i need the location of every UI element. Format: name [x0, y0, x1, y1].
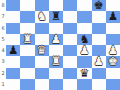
square-c6[interactable] — [35, 23, 49, 34]
square-f8[interactable] — [77, 0, 91, 11]
piece-black-rook[interactable]: ♜ — [51, 11, 61, 22]
piece-black-queen[interactable]: ♛ — [79, 68, 89, 79]
square-e3[interactable] — [63, 56, 77, 67]
square-b2[interactable] — [20, 68, 34, 79]
chess-diagram: 8 7 6 5 4 3 2 1 ♚♞♜♟♜♟♞♟♛♟♟♜♟♚♛ — [0, 0, 120, 90]
square-h2[interactable] — [106, 68, 120, 79]
square-d7[interactable]: ♜ — [49, 11, 63, 22]
square-c3[interactable] — [35, 56, 49, 67]
piece-black-pawn[interactable]: ♟ — [108, 11, 118, 22]
piece-white-rook[interactable]: ♜ — [22, 34, 32, 45]
square-e2[interactable] — [63, 68, 77, 79]
square-a3[interactable] — [6, 56, 20, 67]
piece-white-knight[interactable]: ♞ — [36, 11, 46, 22]
square-a1[interactable] — [6, 79, 20, 90]
piece-white-pawn[interactable]: ♟ — [79, 45, 89, 56]
square-c1[interactable] — [35, 79, 49, 90]
square-c2[interactable] — [35, 68, 49, 79]
square-d3[interactable]: ♜ — [49, 56, 63, 67]
square-f1[interactable] — [77, 79, 91, 90]
square-g3[interactable]: ♟ — [92, 56, 106, 67]
square-f7[interactable] — [77, 11, 91, 22]
square-g2[interactable] — [92, 68, 106, 79]
piece-white-queen[interactable]: ♛ — [36, 45, 46, 56]
square-f4[interactable]: ♟ — [77, 45, 91, 56]
square-d5[interactable]: ♟ — [49, 34, 63, 45]
piece-black-king[interactable]: ♚ — [93, 0, 103, 11]
square-a8[interactable] — [6, 0, 20, 11]
square-h3[interactable]: ♚ — [106, 56, 120, 67]
square-e5[interactable] — [63, 34, 77, 45]
square-c4[interactable]: ♛ — [35, 45, 49, 56]
square-b1[interactable] — [20, 79, 34, 90]
piece-white-rook[interactable]: ♜ — [51, 56, 61, 67]
square-b4[interactable] — [20, 45, 34, 56]
square-b7[interactable] — [20, 11, 34, 22]
square-h1[interactable] — [106, 79, 120, 90]
piece-white-king[interactable]: ♚ — [108, 56, 118, 67]
square-b5[interactable]: ♜ — [20, 34, 34, 45]
square-e1[interactable] — [63, 79, 77, 90]
square-e6[interactable] — [63, 23, 77, 34]
square-a7[interactable] — [6, 11, 20, 22]
piece-white-pawn[interactable]: ♟ — [51, 34, 61, 45]
piece-black-pawn[interactable]: ♟ — [8, 45, 18, 56]
square-h7[interactable]: ♟ — [106, 11, 120, 22]
square-e4[interactable] — [63, 45, 77, 56]
square-f2[interactable]: ♛ — [77, 68, 91, 79]
square-a2[interactable] — [6, 68, 20, 79]
square-g6[interactable] — [92, 23, 106, 34]
square-g7[interactable] — [92, 11, 106, 22]
square-e8[interactable] — [63, 0, 77, 11]
square-a4[interactable]: ♟ — [6, 45, 20, 56]
square-h6[interactable] — [106, 23, 120, 34]
square-e7[interactable] — [63, 11, 77, 22]
square-g5[interactable] — [92, 34, 106, 45]
square-d2[interactable] — [49, 68, 63, 79]
square-a6[interactable] — [6, 23, 20, 34]
piece-white-pawn[interactable]: ♟ — [93, 56, 103, 67]
square-b3[interactable] — [20, 56, 34, 67]
square-d1[interactable] — [49, 79, 63, 90]
square-c7[interactable]: ♞ — [35, 11, 49, 22]
chess-board: ♚♞♜♟♜♟♞♟♛♟♟♜♟♚♛ — [6, 0, 120, 90]
square-b8[interactable] — [20, 0, 34, 11]
square-g8[interactable]: ♚ — [92, 0, 106, 11]
square-g1[interactable] — [92, 79, 106, 90]
